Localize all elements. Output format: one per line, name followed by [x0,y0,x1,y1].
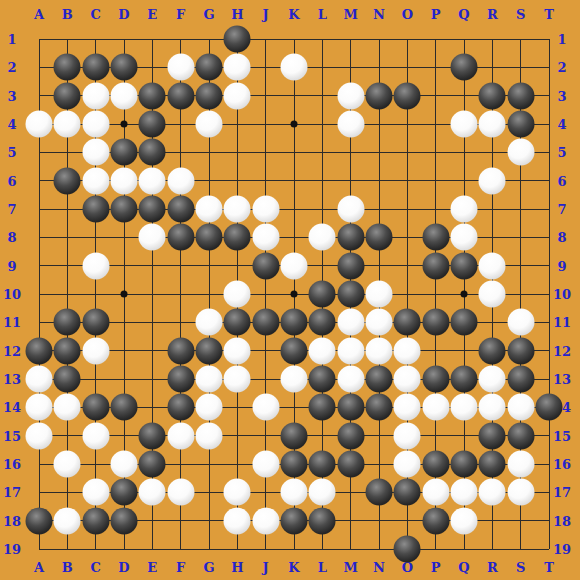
column-label-bottom: S [516,561,525,574]
stone-black[interactable] [196,337,223,364]
stone-white[interactable] [224,196,251,223]
stone-white[interactable] [139,167,166,194]
stone-black[interactable] [111,139,138,166]
column-label-top: H [231,8,243,21]
stone-white[interactable] [281,366,308,393]
stone-white[interactable] [167,54,194,81]
column-label-bottom: R [487,561,498,574]
stone-white[interactable] [139,479,166,506]
column-label-top: D [118,8,129,21]
row-label-left: 4 [7,118,16,131]
column-label-bottom: Q [458,561,469,574]
stone-black[interactable] [54,82,81,109]
stone-white[interactable] [196,366,223,393]
stone-white[interactable] [224,366,251,393]
stone-black[interactable] [111,394,138,421]
stone-black[interactable] [281,451,308,478]
stone-black[interactable] [479,82,506,109]
stone-white[interactable] [167,422,194,449]
column-label-bottom: D [118,561,129,574]
hoshi-point [291,121,298,128]
column-label-bottom: B [62,561,73,574]
stone-black[interactable] [451,252,478,279]
hoshi-point [461,291,468,298]
stone-white[interactable] [196,422,223,449]
stone-black[interactable] [224,224,251,251]
row-label-left: 1 [7,33,16,46]
column-label-bottom: K [288,561,299,574]
stone-white[interactable] [337,111,364,138]
stone-white[interactable] [479,111,506,138]
stone-white[interactable] [451,196,478,223]
column-label-bottom: E [147,561,157,574]
stone-black[interactable] [394,536,421,563]
column-label-top: E [147,8,157,21]
row-label-left: 5 [7,146,16,159]
stone-black[interactable] [507,82,534,109]
row-label-left: 18 [3,514,21,527]
hoshi-point [121,291,128,298]
stone-white[interactable] [394,451,421,478]
stone-white[interactable] [337,366,364,393]
stone-black[interactable] [26,507,53,534]
row-label-left: 16 [3,458,21,471]
stone-white[interactable] [507,451,534,478]
stone-white[interactable] [111,451,138,478]
stone-black[interactable] [309,394,336,421]
stone-white[interactable] [451,507,478,534]
stone-black[interactable] [337,422,364,449]
stone-white[interactable] [82,139,109,166]
stone-black[interactable] [196,82,223,109]
row-label-right: 3 [557,89,566,102]
grid-line-horizontal [39,549,549,550]
stone-white[interactable] [281,54,308,81]
row-label-right: 13 [553,373,571,386]
stone-black[interactable] [394,479,421,506]
column-label-top: O [402,8,413,21]
stone-black[interactable] [479,451,506,478]
stone-black[interactable] [54,309,81,336]
stone-white[interactable] [54,111,81,138]
stone-black[interactable] [111,479,138,506]
stone-white[interactable] [26,111,53,138]
row-label-right: 18 [553,514,571,527]
stone-white[interactable] [196,394,223,421]
stone-white[interactable] [224,281,251,308]
stone-black[interactable] [139,82,166,109]
stone-white[interactable] [394,394,421,421]
stone-white[interactable] [479,479,506,506]
column-label-bottom: M [343,561,357,574]
stone-white[interactable] [111,167,138,194]
column-label-top: A [34,8,44,21]
column-label-top: M [343,8,357,21]
column-label-top: F [176,8,185,21]
stone-black[interactable] [139,111,166,138]
stone-black[interactable] [111,507,138,534]
stone-white[interactable] [507,139,534,166]
stone-white[interactable] [224,54,251,81]
column-label-top: K [288,8,299,21]
stone-white[interactable] [82,479,109,506]
stone-white[interactable] [54,507,81,534]
column-label-bottom: A [34,561,44,574]
stone-black[interactable] [366,224,393,251]
stone-white[interactable] [139,224,166,251]
grid-line-vertical [549,39,550,549]
stone-black[interactable] [309,451,336,478]
stone-white[interactable] [54,394,81,421]
stone-white[interactable] [224,337,251,364]
row-label-left: 3 [7,89,16,102]
column-label-top: P [431,8,441,21]
stone-black[interactable] [139,196,166,223]
row-label-right: 4 [557,118,566,131]
stone-black[interactable] [82,394,109,421]
row-label-left: 6 [7,174,16,187]
stone-black[interactable] [451,54,478,81]
stone-black[interactable] [82,54,109,81]
stone-black[interactable] [281,337,308,364]
stone-black[interactable] [252,252,279,279]
stone-black[interactable] [309,281,336,308]
stone-black[interactable] [507,366,534,393]
stone-white[interactable] [507,479,534,506]
stone-white[interactable] [196,111,223,138]
stone-black[interactable] [536,394,563,421]
stone-black[interactable] [167,394,194,421]
stone-white[interactable] [309,479,336,506]
stone-black[interactable] [196,54,223,81]
stone-black[interactable] [422,252,449,279]
stone-black[interactable] [111,54,138,81]
stone-white[interactable] [82,422,109,449]
stone-black[interactable] [366,82,393,109]
column-label-top: J [263,8,269,21]
row-label-left: 13 [3,373,21,386]
column-label-top: B [62,8,73,21]
stone-white[interactable] [309,224,336,251]
row-label-left: 15 [3,429,21,442]
column-label-bottom: P [431,561,441,574]
stone-white[interactable] [337,82,364,109]
row-label-left: 14 [3,401,21,414]
stone-black[interactable] [394,309,421,336]
stone-black[interactable] [337,394,364,421]
stone-white[interactable] [252,451,279,478]
stone-white[interactable] [394,422,421,449]
stone-black[interactable] [507,337,534,364]
go-board[interactable]: AABBCCDDEEFFGGHHJJKKLLMMNNOOPPQQRRSSTT11… [0,0,580,580]
hoshi-point [291,291,298,298]
stone-black[interactable] [451,451,478,478]
stone-black[interactable] [309,309,336,336]
column-label-top: L [318,8,327,21]
stone-black[interactable] [54,167,81,194]
stone-black[interactable] [167,337,194,364]
stone-black[interactable] [337,252,364,279]
stone-white[interactable] [111,82,138,109]
stone-black[interactable] [422,309,449,336]
hoshi-point [121,121,128,128]
stone-white[interactable] [224,82,251,109]
stone-black[interactable] [422,451,449,478]
stone-white[interactable] [167,479,194,506]
stone-black[interactable] [281,507,308,534]
stone-white[interactable] [422,479,449,506]
stone-white[interactable] [366,337,393,364]
stone-white[interactable] [507,394,534,421]
stone-black[interactable] [82,196,109,223]
row-label-left: 17 [3,486,21,499]
stone-white[interactable] [479,252,506,279]
stone-white[interactable] [196,309,223,336]
row-label-left: 2 [7,61,16,74]
stone-white[interactable] [26,366,53,393]
stone-black[interactable] [422,366,449,393]
stone-black[interactable] [451,309,478,336]
stone-black[interactable] [422,507,449,534]
row-label-right: 19 [553,543,571,556]
row-label-left: 8 [7,231,16,244]
stone-white[interactable] [54,451,81,478]
column-label-bottom: H [231,561,243,574]
row-label-right: 2 [557,61,566,74]
stone-white[interactable] [224,507,251,534]
stone-white[interactable] [252,507,279,534]
stone-white[interactable] [281,479,308,506]
stone-black[interactable] [167,82,194,109]
stone-white[interactable] [337,196,364,223]
stone-black[interactable] [337,224,364,251]
stone-white[interactable] [82,252,109,279]
stone-black[interactable] [54,337,81,364]
stone-black[interactable] [366,366,393,393]
row-label-right: 15 [553,429,571,442]
column-label-bottom: N [373,561,385,574]
row-label-left: 9 [7,259,16,272]
row-label-right: 17 [553,486,571,499]
stone-black[interactable] [309,366,336,393]
stone-black[interactable] [309,507,336,534]
stone-white[interactable] [479,167,506,194]
row-label-left: 19 [3,543,21,556]
stone-black[interactable] [479,337,506,364]
stone-black[interactable] [139,422,166,449]
stone-white[interactable] [252,224,279,251]
column-label-bottom: T [544,561,554,574]
stone-white[interactable] [507,309,534,336]
row-label-right: 8 [557,231,566,244]
row-label-right: 11 [553,316,571,329]
stone-white[interactable] [451,111,478,138]
row-label-left: 10 [3,288,21,301]
row-label-right: 10 [553,288,571,301]
stone-black[interactable] [167,224,194,251]
stone-white[interactable] [394,366,421,393]
stone-white[interactable] [337,309,364,336]
column-label-bottom: J [263,561,269,574]
stone-black[interactable] [366,479,393,506]
stone-black[interactable] [82,309,109,336]
stone-white[interactable] [479,281,506,308]
row-label-right: 12 [553,344,571,357]
stone-white[interactable] [82,82,109,109]
stone-black[interactable] [252,309,279,336]
stone-black[interactable] [507,111,534,138]
stone-white[interactable] [451,479,478,506]
stone-black[interactable] [139,139,166,166]
stone-white[interactable] [479,394,506,421]
stone-white[interactable] [309,337,336,364]
stone-white[interactable] [451,224,478,251]
column-label-top: G [203,8,214,21]
stone-white[interactable] [422,394,449,421]
stone-white[interactable] [252,196,279,223]
column-label-bottom: G [203,561,214,574]
stone-white[interactable] [451,394,478,421]
stone-black[interactable] [394,82,421,109]
stone-white[interactable] [82,111,109,138]
stone-black[interactable] [337,451,364,478]
column-label-bottom: F [176,561,185,574]
stone-white[interactable] [196,196,223,223]
stone-white[interactable] [26,422,53,449]
stone-black[interactable] [281,309,308,336]
row-label-left: 12 [3,344,21,357]
stone-black[interactable] [167,366,194,393]
row-label-right: 6 [557,174,566,187]
stone-black[interactable] [224,26,251,53]
stone-black[interactable] [479,422,506,449]
stone-black[interactable] [451,366,478,393]
stone-black[interactable] [54,366,81,393]
column-label-bottom: C [90,561,100,574]
column-label-top: Q [458,8,469,21]
stone-black[interactable] [26,337,53,364]
stone-black[interactable] [167,196,194,223]
stone-white[interactable] [82,337,109,364]
stone-black[interactable] [224,309,251,336]
row-label-right: 9 [557,259,566,272]
stone-white[interactable] [366,309,393,336]
stone-white[interactable] [366,281,393,308]
stone-white[interactable] [26,394,53,421]
stone-white[interactable] [252,394,279,421]
stone-white[interactable] [394,337,421,364]
row-label-left: 11 [3,316,21,329]
column-label-bottom: L [318,561,327,574]
stone-black[interactable] [139,451,166,478]
stone-black[interactable] [111,196,138,223]
stone-black[interactable] [337,281,364,308]
stone-white[interactable] [281,252,308,279]
row-label-right: 5 [557,146,566,159]
stone-black[interactable] [366,394,393,421]
column-label-top: R [487,8,498,21]
stone-black[interactable] [196,224,223,251]
column-label-top: N [373,8,385,21]
column-label-top: T [544,8,554,21]
stone-black[interactable] [422,224,449,251]
stone-white[interactable] [337,337,364,364]
stone-black[interactable] [281,422,308,449]
stone-white[interactable] [82,167,109,194]
stone-white[interactable] [479,366,506,393]
stone-white[interactable] [167,167,194,194]
row-label-left: 7 [7,203,16,216]
stone-black[interactable] [507,422,534,449]
stone-white[interactable] [224,479,251,506]
column-label-top: C [90,8,100,21]
column-label-top: S [516,8,525,21]
stone-black[interactable] [54,54,81,81]
stone-black[interactable] [82,507,109,534]
row-label-right: 7 [557,203,566,216]
row-label-right: 1 [557,33,566,46]
row-label-right: 16 [553,458,571,471]
